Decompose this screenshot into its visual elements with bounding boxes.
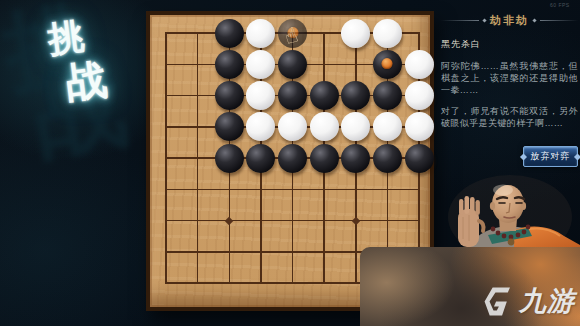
stone-white[interactable] — [246, 50, 275, 79]
stone-black[interactable] — [215, 144, 244, 173]
stone-black[interactable] — [215, 112, 244, 141]
grid-line — [165, 220, 420, 222]
stone-white[interactable] — [278, 112, 307, 141]
diamond-ornament-icon — [532, 18, 536, 22]
challenge-banner: 挑 战 挑 战 — [8, 2, 128, 162]
stone-black[interactable] — [341, 144, 370, 173]
give-up-button[interactable]: 放弃对弈 — [523, 146, 578, 167]
stone-white[interactable] — [405, 112, 434, 141]
title-divider — [441, 20, 479, 21]
stone-white[interactable] — [373, 112, 402, 141]
stone-black[interactable] — [278, 50, 307, 79]
orange-marker-icon — [382, 58, 393, 69]
stone-white[interactable] — [341, 19, 370, 48]
nine-game-g-logo-icon — [483, 285, 516, 318]
star-point — [352, 216, 360, 224]
title-divider — [540, 20, 578, 21]
stone-black[interactable] — [373, 50, 402, 79]
stone-black[interactable] — [373, 81, 402, 110]
stone-white[interactable] — [405, 50, 434, 79]
watermark-text: 九游 — [519, 283, 575, 319]
fps-label: 60 FPS — [550, 2, 570, 8]
puzzle-panel: 劫非劫 黑先杀白 阿弥陀佛……虽然我佛慈悲，但棋盘之上，该涅槃的还是得助他一拳…… — [441, 13, 578, 138]
stone-white[interactable] — [246, 19, 275, 48]
stone-black[interactable] — [246, 144, 275, 173]
stone-black[interactable] — [215, 50, 244, 79]
stone-black[interactable] — [341, 81, 370, 110]
puzzle-title: 劫非劫 — [490, 13, 529, 28]
star-point — [225, 216, 233, 224]
stone-black[interactable] — [373, 144, 402, 173]
watermark-logo: 九游 — [483, 283, 575, 319]
puzzle-hint: 对了，师兄有说不能双活，另外破眼似乎是关键的样子啊…… — [441, 105, 578, 129]
stone-white[interactable] — [246, 81, 275, 110]
game-screen: 挑 战 挑 战 ☝ 劫非劫 黑先杀白 阿弥陀佛……虽然我佛慈悲，但棋盘之上，该涅… — [0, 0, 580, 326]
puzzle-title-row: 劫非劫 — [441, 13, 578, 28]
stone-black[interactable] — [215, 81, 244, 110]
stone-white[interactable] — [373, 19, 402, 48]
stone-white[interactable] — [405, 81, 434, 110]
watermark-band: 九游 — [360, 247, 580, 326]
ghost-stone-hint[interactable]: ☝ — [278, 19, 307, 48]
diamond-ornament-icon — [482, 18, 486, 22]
stone-black[interactable] — [278, 81, 307, 110]
stone-white[interactable] — [246, 112, 275, 141]
challenge-char: 战 — [63, 52, 110, 112]
stone-white[interactable] — [310, 112, 339, 141]
grid-line — [165, 189, 420, 191]
stone-black[interactable] — [215, 19, 244, 48]
stone-white[interactable] — [341, 112, 370, 141]
puzzle-dialogue: 阿弥陀佛……虽然我佛慈悲，但棋盘之上，该涅槃的还是得助他一拳…… — [441, 60, 578, 96]
stone-black[interactable] — [278, 144, 307, 173]
stone-black[interactable] — [310, 144, 339, 173]
hand-cursor-icon: ☝ — [282, 24, 301, 48]
puzzle-objective: 黑先杀白 — [441, 38, 578, 51]
stone-black[interactable] — [310, 81, 339, 110]
